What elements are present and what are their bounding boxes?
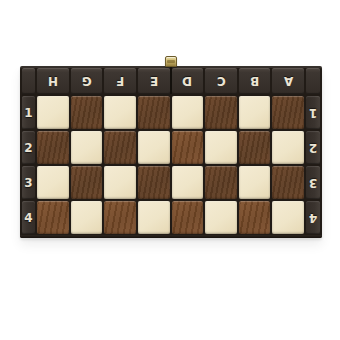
square-f4 xyxy=(104,201,136,234)
file-label-text: F xyxy=(116,75,124,87)
rank-label-text: 2 xyxy=(24,142,32,154)
file-label-b: B xyxy=(239,68,271,94)
rank-label-right-4: 4 xyxy=(306,201,320,234)
board-corner-top-left xyxy=(22,68,35,94)
square-a4 xyxy=(272,201,304,234)
rank-label-text: 4 xyxy=(309,212,317,224)
square-g1 xyxy=(71,96,103,129)
folded-chess-box: HGFEDCBA11223344 xyxy=(20,66,322,238)
rank-label-text: 2 xyxy=(309,142,317,154)
rank-label-right-1: 1 xyxy=(306,96,320,129)
square-d1 xyxy=(172,96,204,129)
file-label-h: H xyxy=(37,68,69,94)
rank-label-left-1: 1 xyxy=(22,96,35,129)
square-g4 xyxy=(71,201,103,234)
square-b2 xyxy=(239,131,271,164)
square-a3 xyxy=(272,166,304,199)
square-h1 xyxy=(37,96,69,129)
square-h2 xyxy=(37,131,69,164)
file-label-c: C xyxy=(205,68,237,94)
file-label-text: E xyxy=(150,75,158,87)
square-f3 xyxy=(104,166,136,199)
file-label-text: G xyxy=(82,75,92,87)
square-c1 xyxy=(205,96,237,129)
file-label-text: A xyxy=(284,75,293,87)
rank-label-left-2: 2 xyxy=(22,131,35,164)
square-c4 xyxy=(205,201,237,234)
file-label-e: E xyxy=(138,68,170,94)
square-f1 xyxy=(104,96,136,129)
square-a2 xyxy=(272,131,304,164)
rank-label-text: 4 xyxy=(24,212,32,224)
square-b3 xyxy=(239,166,271,199)
file-label-a: A xyxy=(272,68,304,94)
file-label-g: G xyxy=(71,68,103,94)
rank-label-right-2: 2 xyxy=(306,131,320,164)
file-label-f: F xyxy=(104,68,136,94)
square-h3 xyxy=(37,166,69,199)
rank-label-text: 3 xyxy=(309,177,317,189)
file-label-text: H xyxy=(48,75,58,87)
file-label-text: D xyxy=(182,75,192,87)
rank-label-text: 1 xyxy=(24,107,32,119)
rank-label-text: 1 xyxy=(309,107,317,119)
square-e4 xyxy=(138,201,170,234)
square-b4 xyxy=(239,201,271,234)
rank-label-text: 3 xyxy=(24,177,32,189)
rank-label-right-3: 3 xyxy=(306,166,320,199)
chess-board-exterior: HGFEDCBA11223344 xyxy=(22,68,320,234)
file-label-text: C xyxy=(217,75,226,87)
square-g3 xyxy=(71,166,103,199)
square-d3 xyxy=(172,166,204,199)
square-a1 xyxy=(272,96,304,129)
square-b1 xyxy=(239,96,271,129)
rank-label-left-4: 4 xyxy=(22,201,35,234)
square-f2 xyxy=(104,131,136,164)
brass-clasp xyxy=(165,56,177,67)
square-h4 xyxy=(37,201,69,234)
square-d2 xyxy=(172,131,204,164)
square-e2 xyxy=(138,131,170,164)
rank-label-left-3: 3 xyxy=(22,166,35,199)
square-d4 xyxy=(172,201,204,234)
file-label-d: D xyxy=(172,68,204,94)
board-corner-top-right xyxy=(306,68,320,94)
square-c2 xyxy=(205,131,237,164)
square-c3 xyxy=(205,166,237,199)
square-e3 xyxy=(138,166,170,199)
square-g2 xyxy=(71,131,103,164)
square-e1 xyxy=(138,96,170,129)
product-photo-scene: HGFEDCBA11223344 xyxy=(0,0,340,340)
file-label-text: B xyxy=(250,75,259,87)
